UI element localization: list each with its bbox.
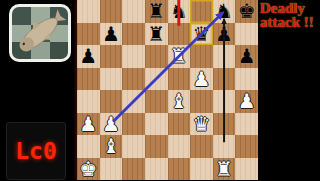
white-pawn-f5: ♟ <box>192 69 210 89</box>
black-knight-g8: ♞ <box>215 1 233 21</box>
square-g7: ♟ <box>213 23 236 46</box>
square-f1 <box>190 158 213 181</box>
square-e6: ♜ <box>168 45 191 68</box>
square-e1 <box>168 158 191 181</box>
square-e3 <box>168 113 191 136</box>
square-e2 <box>168 135 191 158</box>
square-e8: ♞ <box>168 0 191 23</box>
square-d1 <box>145 158 168 181</box>
thumbnail-title: Deadly attack !! <box>260 1 320 29</box>
square-h6: ♟ <box>235 45 258 68</box>
square-b1 <box>100 158 123 181</box>
square-f6 <box>190 45 213 68</box>
square-g4 <box>213 90 236 113</box>
black-knight-e8: ♞ <box>170 1 188 21</box>
white-king-a1: ♚ <box>79 159 97 179</box>
square-d3 <box>145 113 168 136</box>
square-f7: ♛ <box>190 23 213 46</box>
square-d5 <box>145 68 168 91</box>
square-h8: ♚ <box>235 0 258 23</box>
black-pawn-h6: ♟ <box>238 46 256 66</box>
black-rook-d7: ♜ <box>147 24 165 44</box>
title-line-2: attack !! <box>260 15 320 29</box>
chess-board: ♜♞♞♚♟♜♛♟♟♜♟♟♝♟♟♟♛♝♚♜ <box>77 0 258 180</box>
black-pawn-a6: ♟ <box>79 46 97 66</box>
square-b2: ♝ <box>100 135 123 158</box>
square-f4 <box>190 90 213 113</box>
fish-on-chessboard-icon <box>9 4 71 62</box>
square-d7: ♜ <box>145 23 168 46</box>
square-c7 <box>122 23 145 46</box>
square-f8 <box>190 0 213 23</box>
square-a4 <box>77 90 100 113</box>
square-f5: ♟ <box>190 68 213 91</box>
square-h2 <box>235 135 258 158</box>
black-queen-f7: ♛ <box>192 24 210 44</box>
white-pawn-b3: ♟ <box>102 114 120 134</box>
square-g3 <box>213 113 236 136</box>
white-rook-g1: ♜ <box>215 159 233 179</box>
chess-clock: Lc0 <box>6 122 66 180</box>
square-a1: ♚ <box>77 158 100 181</box>
square-c6 <box>122 45 145 68</box>
square-f2 <box>190 135 213 158</box>
black-rook-d8: ♜ <box>147 1 165 21</box>
square-c3 <box>122 113 145 136</box>
square-d2 <box>145 135 168 158</box>
square-h3 <box>235 113 258 136</box>
white-pawn-a3: ♟ <box>79 114 97 134</box>
square-a3: ♟ <box>77 113 100 136</box>
square-b8 <box>100 0 123 23</box>
square-h1 <box>235 158 258 181</box>
white-bishop-b2: ♝ <box>102 136 120 156</box>
square-b3: ♟ <box>100 113 123 136</box>
square-a6: ♟ <box>77 45 100 68</box>
channel-logo <box>9 4 71 66</box>
square-g2 <box>213 135 236 158</box>
square-a5 <box>77 68 100 91</box>
square-h4: ♟ <box>235 90 258 113</box>
white-rook-e6: ♜ <box>170 46 188 66</box>
square-c1 <box>122 158 145 181</box>
square-d8: ♜ <box>145 0 168 23</box>
square-a8 <box>77 0 100 23</box>
clock-display: Lc0 <box>15 138 57 164</box>
white-pawn-h4: ♟ <box>238 91 256 111</box>
square-e4: ♝ <box>168 90 191 113</box>
thumbnail: Lc0 ♜♞♞♚♟♜♛♟♟♜♟♟♝♟♟♟♛♝♚♜ Deadly attack !… <box>0 0 320 180</box>
square-h5 <box>235 68 258 91</box>
square-c5 <box>122 68 145 91</box>
black-pawn-b7: ♟ <box>102 24 120 44</box>
square-g5 <box>213 68 236 91</box>
square-f3: ♛ <box>190 113 213 136</box>
square-c4 <box>122 90 145 113</box>
white-bishop-e4: ♝ <box>170 91 188 111</box>
white-queen-f3: ♛ <box>192 114 210 134</box>
square-a2 <box>77 135 100 158</box>
square-b6 <box>100 45 123 68</box>
square-g8: ♞ <box>213 0 236 23</box>
square-e5 <box>168 68 191 91</box>
square-c8 <box>122 0 145 23</box>
square-b7: ♟ <box>100 23 123 46</box>
square-b5 <box>100 68 123 91</box>
square-e7 <box>168 23 191 46</box>
black-pawn-g7: ♟ <box>215 24 233 44</box>
square-d6 <box>145 45 168 68</box>
title-line-1: Deadly <box>260 1 320 15</box>
square-a7 <box>77 23 100 46</box>
square-c2 <box>122 135 145 158</box>
square-h7 <box>235 23 258 46</box>
square-d4 <box>145 90 168 113</box>
square-g1: ♜ <box>213 158 236 181</box>
black-king-h8: ♚ <box>238 1 256 21</box>
square-g6 <box>213 45 236 68</box>
square-b4 <box>100 90 123 113</box>
